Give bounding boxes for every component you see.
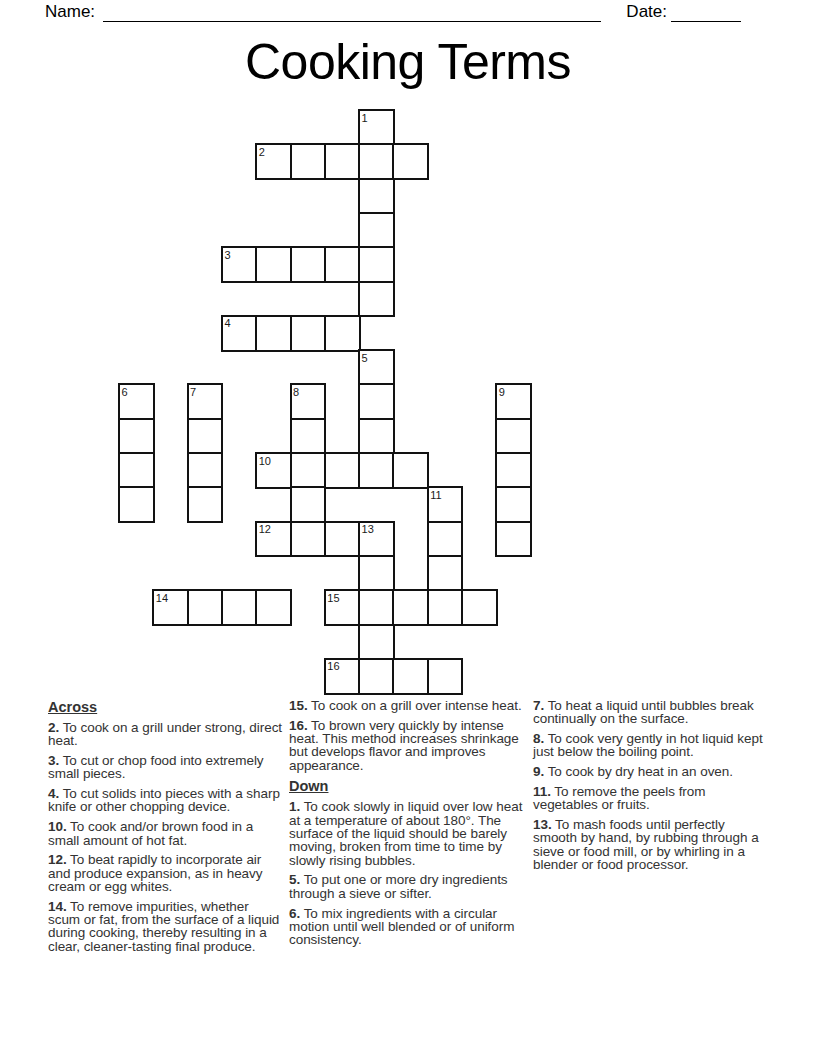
clue-number: 5 xyxy=(362,352,368,364)
grid-cell[interactable] xyxy=(255,246,292,283)
date-label: Date: xyxy=(626,2,667,22)
grid-cell[interactable]: 8 xyxy=(290,383,327,420)
grid-cell[interactable] xyxy=(495,521,532,558)
clue-down-9: 9. To cook by dry heat in an oven. xyxy=(533,765,769,778)
clue-down-7: 7. To heat a liquid until bubbles break … xyxy=(533,699,769,726)
clue-number: 8 xyxy=(293,386,299,398)
clue-number: 1 xyxy=(362,112,368,124)
clue-across-12: 12. To beat rapidly to incorporate air a… xyxy=(48,853,284,893)
grid-cell[interactable] xyxy=(427,589,464,626)
puzzle-title: Cooking Terms xyxy=(0,34,816,90)
grid-cell[interactable] xyxy=(427,521,464,558)
grid-cell[interactable] xyxy=(290,521,327,558)
grid-cell[interactable] xyxy=(221,589,258,626)
name-label: Name: xyxy=(45,2,95,22)
grid-cell[interactable]: 2 xyxy=(255,143,292,180)
grid-cell[interactable]: 12 xyxy=(255,521,292,558)
grid-cell[interactable] xyxy=(358,452,395,489)
grid-cell[interactable] xyxy=(255,315,292,352)
clue-across-3: 3. To cut or chop food into extremely sm… xyxy=(48,754,284,781)
clue-down-5: 5. To put one or more dry ingredients th… xyxy=(289,873,525,900)
name-date-row: Name: Date: xyxy=(45,2,741,22)
grid-cell[interactable] xyxy=(290,143,327,180)
grid-cell[interactable] xyxy=(324,315,361,352)
grid-cell[interactable]: 10 xyxy=(255,452,292,489)
grid-cell[interactable] xyxy=(358,418,395,455)
grid-cell[interactable] xyxy=(358,178,395,215)
crossword-grid: 12345678910111213141516 xyxy=(118,109,533,695)
clue-across-14: 14. To remove impurities, whether scum o… xyxy=(48,900,284,953)
grid-cell[interactable] xyxy=(187,486,224,523)
grid-cell[interactable] xyxy=(358,246,395,283)
grid-cell[interactable] xyxy=(392,658,429,695)
clue-down-8: 8. To cook very gently in hot liquid kep… xyxy=(533,732,769,759)
grid-cell[interactable] xyxy=(290,418,327,455)
clue-number: 2 xyxy=(259,146,265,158)
grid-cell[interactable] xyxy=(392,589,429,626)
grid-cell[interactable]: 6 xyxy=(118,383,155,420)
grid-cell[interactable] xyxy=(324,452,361,489)
grid-cell[interactable] xyxy=(324,143,361,180)
grid-cell[interactable]: 15 xyxy=(324,589,361,626)
grid-cell[interactable]: 9 xyxy=(495,383,532,420)
clue-number: 11 xyxy=(430,489,441,501)
grid-cell[interactable] xyxy=(392,143,429,180)
grid-cell[interactable] xyxy=(427,555,464,592)
clue-across-2: 2. To cook on a grill under strong, dire… xyxy=(48,721,284,748)
grid-cell[interactable]: 11 xyxy=(427,486,464,523)
date-field[interactable] xyxy=(671,3,741,22)
grid-cell[interactable] xyxy=(187,589,224,626)
clue-across-4: 4. To cut solids into pieces with a shar… xyxy=(48,787,284,814)
grid-cell[interactable] xyxy=(324,246,361,283)
grid-cell[interactable] xyxy=(495,486,532,523)
grid-cell[interactable]: 1 xyxy=(358,109,395,146)
grid-cell[interactable] xyxy=(358,212,395,249)
clue-across-10: 10. To cook and/or brown food in a small… xyxy=(48,820,284,847)
grid-cell[interactable] xyxy=(495,418,532,455)
grid-cell[interactable] xyxy=(290,486,327,523)
grid-cell[interactable] xyxy=(290,246,327,283)
grid-cell[interactable]: 3 xyxy=(221,246,258,283)
grid-cell[interactable] xyxy=(358,383,395,420)
clue-column-2: 15. To cook on a grill over intense heat… xyxy=(289,699,525,953)
clue-down-13: 13. To mash foods until perfectly smooth… xyxy=(533,818,769,871)
grid-cell[interactable] xyxy=(358,281,395,318)
clue-column-1: Across2. To cook on a grill under strong… xyxy=(48,699,284,959)
down-heading: Down xyxy=(289,778,525,794)
grid-cell[interactable] xyxy=(118,418,155,455)
grid-cell[interactable] xyxy=(324,521,361,558)
grid-cell[interactable] xyxy=(290,452,327,489)
grid-cell[interactable]: 14 xyxy=(152,589,189,626)
grid-cell[interactable]: 13 xyxy=(358,521,395,558)
grid-cell[interactable] xyxy=(358,555,395,592)
grid-cell[interactable]: 16 xyxy=(324,658,361,695)
clue-number: 9 xyxy=(499,386,505,398)
name-field[interactable] xyxy=(103,3,601,22)
clue-number: 4 xyxy=(224,317,230,329)
grid-cell[interactable] xyxy=(118,486,155,523)
clue-number: 3 xyxy=(224,249,230,261)
grid-cell[interactable] xyxy=(392,452,429,489)
grid-cell[interactable]: 5 xyxy=(358,349,395,386)
clue-number: 10 xyxy=(259,455,271,467)
grid-cell[interactable] xyxy=(427,658,464,695)
clue-across-15: 15. To cook on a grill over intense heat… xyxy=(289,699,525,712)
grid-cell[interactable]: 7 xyxy=(187,383,224,420)
grid-cell[interactable] xyxy=(118,452,155,489)
grid-cell[interactable] xyxy=(187,452,224,489)
grid-cell[interactable] xyxy=(255,589,292,626)
grid-cell[interactable] xyxy=(358,658,395,695)
grid-cell[interactable] xyxy=(358,143,395,180)
clue-down-11: 11. To remove the peels from vegetables … xyxy=(533,785,769,812)
clue-down-6: 6. To mix ingredients with a circular mo… xyxy=(289,907,525,947)
grid-cell[interactable] xyxy=(358,624,395,661)
clue-number: 16 xyxy=(327,660,339,672)
clue-number: 15 xyxy=(327,592,339,604)
grid-cell[interactable]: 4 xyxy=(221,315,258,352)
clue-number: 6 xyxy=(122,386,128,398)
across-heading: Across xyxy=(48,699,284,715)
grid-cell[interactable] xyxy=(290,315,327,352)
grid-cell[interactable] xyxy=(495,452,532,489)
clue-number: 7 xyxy=(190,386,196,398)
clue-column-3: 7. To heat a liquid until bubbles break … xyxy=(533,699,769,878)
grid-cell[interactable] xyxy=(461,589,498,626)
clue-number: 14 xyxy=(156,592,168,604)
grid-cell[interactable] xyxy=(187,418,224,455)
clue-down-1: 1. To cook slowly in liquid over low hea… xyxy=(289,800,525,866)
clue-number: 12 xyxy=(259,523,271,535)
clue-across-16: 16. To brown very quickly by intense hea… xyxy=(289,719,525,772)
clue-number: 13 xyxy=(362,523,374,535)
grid-cell[interactable] xyxy=(358,589,395,626)
